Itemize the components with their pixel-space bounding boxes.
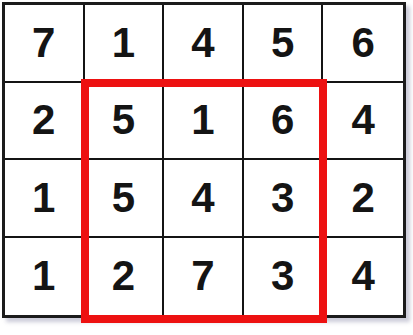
cell-r3c5: 2 (323, 160, 403, 238)
cell-r4c4: 3 (244, 238, 324, 316)
cell-r1c3: 4 (164, 5, 244, 83)
cell-r3c2: 5 (85, 160, 165, 238)
cell-r2c2: 5 (85, 83, 165, 161)
number-grid: 7 1 4 5 6 2 5 1 6 4 1 5 4 3 2 1 2 7 3 4 (5, 5, 403, 315)
cell-r1c2: 1 (85, 5, 165, 83)
cell-r4c1: 1 (5, 238, 85, 316)
cell-r4c3: 7 (164, 238, 244, 316)
cell-r2c1: 2 (5, 83, 85, 161)
cell-r1c5: 6 (323, 5, 403, 83)
cell-r3c1: 1 (5, 160, 85, 238)
cell-r3c3: 4 (164, 160, 244, 238)
number-grid-board: 7 1 4 5 6 2 5 1 6 4 1 5 4 3 2 1 2 7 3 4 (2, 2, 406, 318)
cell-r2c4: 6 (244, 83, 324, 161)
cell-r2c3: 1 (164, 83, 244, 161)
cell-r2c5: 4 (323, 83, 403, 161)
cell-r4c5: 4 (323, 238, 403, 316)
cell-r1c4: 5 (244, 5, 324, 83)
cell-r4c2: 2 (85, 238, 165, 316)
puzzle-stage: 7 1 4 5 6 2 5 1 6 4 1 5 4 3 2 1 2 7 3 4 (0, 0, 413, 335)
cell-r1c1: 7 (5, 5, 85, 83)
cell-r3c4: 3 (244, 160, 324, 238)
